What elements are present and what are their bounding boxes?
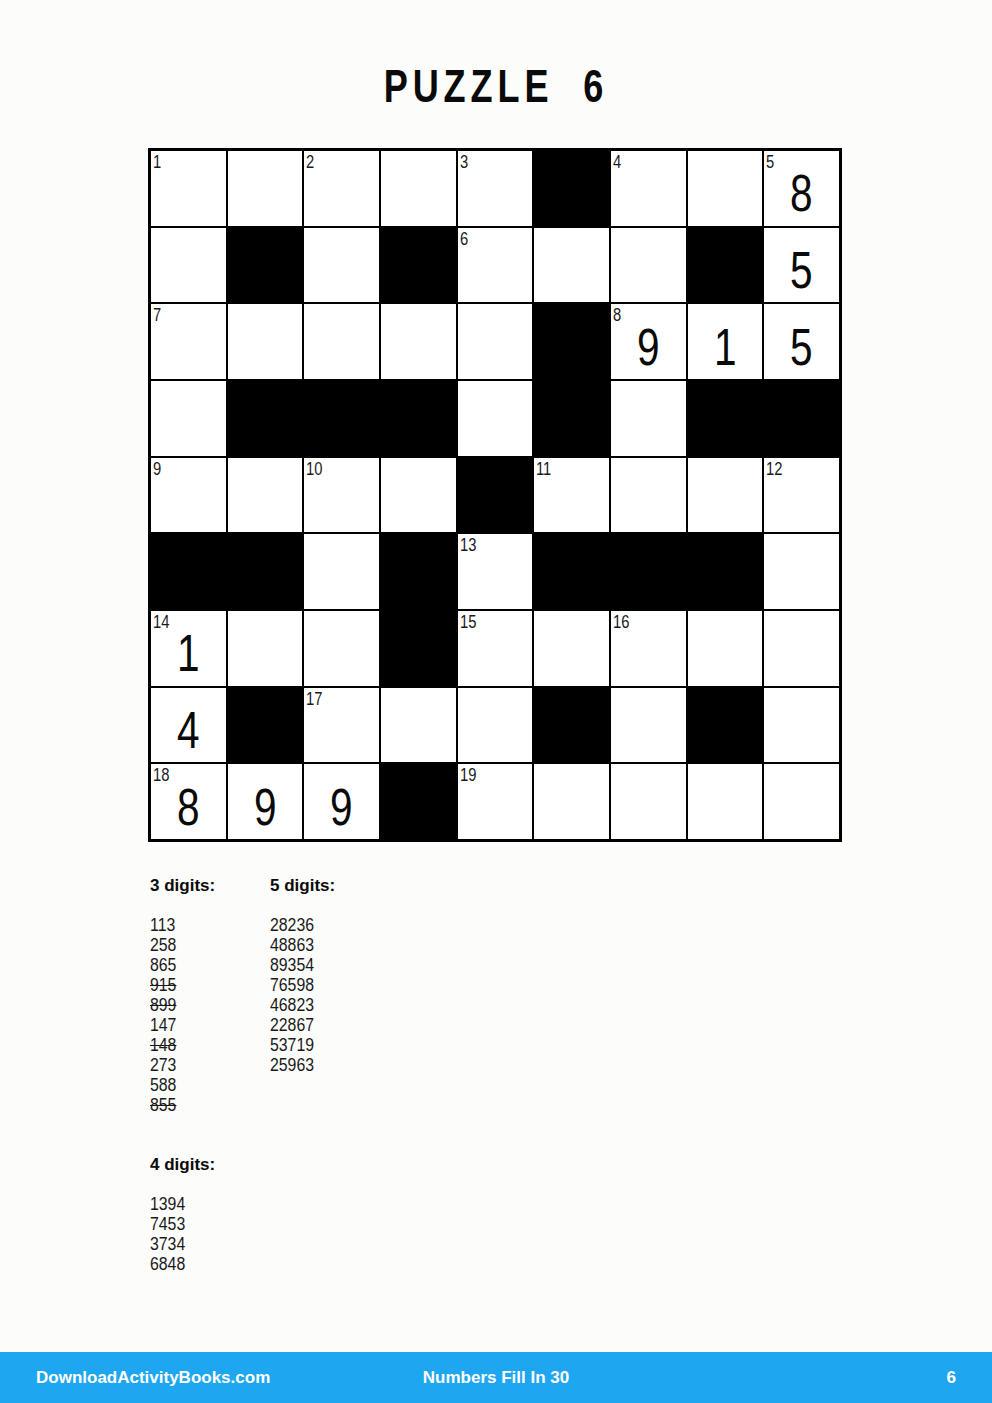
cell-r4-c6	[533, 380, 610, 457]
clue-number: 15	[460, 612, 476, 632]
puzzle-title-text: PUZZLE 6	[384, 60, 609, 113]
cell-r5-c6[interactable]: 11	[533, 457, 610, 534]
cell-r3-c6	[533, 303, 610, 380]
cell-digit: 9	[619, 304, 677, 379]
cell-r6-c3[interactable]	[303, 533, 380, 610]
cell-r3-c4[interactable]	[380, 303, 457, 380]
clue-entry[interactable]: 7453	[150, 1214, 247, 1234]
cell-digit: 5	[773, 228, 831, 303]
cell-r7-c4	[380, 610, 457, 687]
clue-column-right: 5 digits: 282364886389354765984682322867…	[270, 876, 410, 1075]
page-title: PUZZLE 6	[0, 60, 992, 110]
clue-number: 4	[613, 152, 621, 172]
clue-column-left: 3 digits: 113258865915899147148273588855…	[150, 876, 260, 1274]
cell-r3-c9[interactable]: 5	[763, 303, 840, 380]
cell-r3-c5[interactable]	[457, 303, 534, 380]
cell-r9-c7[interactable]	[610, 763, 687, 840]
cell-r7-c9[interactable]	[763, 610, 840, 687]
cell-r6-c7	[610, 533, 687, 610]
clue-number: 6	[460, 229, 468, 249]
cell-r4-c7[interactable]	[610, 380, 687, 457]
cell-digit: 8	[159, 764, 217, 839]
cell-r1-c6	[533, 150, 610, 227]
four-digits-header: 4 digits:	[150, 1155, 260, 1175]
cell-r5-c4[interactable]	[380, 457, 457, 534]
cell-r3-c8[interactable]: 1	[687, 303, 764, 380]
clue-entry[interactable]: 899	[150, 995, 247, 1015]
cell-r2-c5[interactable]: 6	[457, 227, 534, 304]
cell-r4-c3	[303, 380, 380, 457]
four-digits-list: 1394745337346848	[150, 1194, 260, 1274]
cell-digit: 9	[313, 764, 371, 839]
clue-number: 2	[306, 152, 314, 172]
cell-r1-c9[interactable]: 58	[763, 150, 840, 227]
clue-entry[interactable]: 89354	[270, 955, 393, 975]
clue-number: 11	[536, 459, 551, 479]
clue-number: 10	[306, 459, 322, 479]
clue-entry[interactable]: 148	[150, 1035, 247, 1055]
cell-r5-c7[interactable]	[610, 457, 687, 534]
cell-r9-c9[interactable]	[763, 763, 840, 840]
cell-r5-c9[interactable]: 12	[763, 457, 840, 534]
cell-r6-c5[interactable]: 13	[457, 533, 534, 610]
cell-r2-c3[interactable]	[303, 227, 380, 304]
cell-r6-c1	[150, 533, 227, 610]
cell-r7-c5[interactable]: 15	[457, 610, 534, 687]
clue-number: 13	[460, 535, 476, 555]
cell-r8-c1[interactable]: 4	[150, 687, 227, 764]
cell-digit: 1	[159, 611, 217, 686]
cell-r1-c5[interactable]: 3	[457, 150, 534, 227]
cell-r4-c4	[380, 380, 457, 457]
cell-r5-c8[interactable]	[687, 457, 764, 534]
cell-r2-c4	[380, 227, 457, 304]
clue-entry[interactable]: 915	[150, 975, 247, 995]
cell-r5-c3[interactable]: 10	[303, 457, 380, 534]
cell-r1-c3[interactable]: 2	[303, 150, 380, 227]
three-digits-list: 113258865915899147148273588855	[150, 915, 260, 1115]
clue-number: 1	[153, 152, 161, 172]
clue-entry[interactable]: 113	[150, 915, 247, 935]
cell-r9-c2[interactable]: 9	[227, 763, 304, 840]
clue-entry[interactable]: 1394	[150, 1194, 247, 1214]
clue-entry[interactable]: 28236	[270, 915, 393, 935]
cell-digit: 5	[773, 304, 831, 379]
cell-r8-c7[interactable]	[610, 687, 687, 764]
cell-r4-c9	[763, 380, 840, 457]
cell-r1-c2[interactable]	[227, 150, 304, 227]
clue-entry[interactable]: 48863	[270, 935, 393, 955]
cell-r6-c8	[687, 533, 764, 610]
clue-number: 7	[153, 305, 161, 325]
footer-site-link[interactable]: DownloadActivityBooks.com	[36, 1368, 270, 1388]
cell-r8-c4[interactable]	[380, 687, 457, 764]
clue-number: 16	[613, 612, 629, 632]
clue-entry[interactable]: 53719	[270, 1035, 393, 1055]
cell-r7-c1[interactable]: 141	[150, 610, 227, 687]
clue-entry[interactable]: 258	[150, 935, 247, 955]
cell-r3-c1[interactable]: 7	[150, 303, 227, 380]
cell-r9-c1[interactable]: 188	[150, 763, 227, 840]
cell-r8-c2	[227, 687, 304, 764]
clue-entry[interactable]: 22867	[270, 1015, 393, 1035]
clue-entry[interactable]: 865	[150, 955, 247, 975]
cell-r8-c5[interactable]	[457, 687, 534, 764]
clue-number: 17	[306, 689, 322, 709]
cell-r2-c6[interactable]	[533, 227, 610, 304]
cell-r7-c3[interactable]	[303, 610, 380, 687]
cell-r9-c8[interactable]	[687, 763, 764, 840]
footer-bar: Numbers Fill In 30 DownloadActivityBooks…	[0, 1352, 992, 1403]
cell-r5-c5	[457, 457, 534, 534]
cell-r8-c6	[533, 687, 610, 764]
cell-r2-c1[interactable]	[150, 227, 227, 304]
cell-r6-c4	[380, 533, 457, 610]
cell-r7-c2[interactable]	[227, 610, 304, 687]
footer-page-number: 6	[947, 1368, 956, 1388]
cell-r1-c4[interactable]	[380, 150, 457, 227]
cell-r5-c1[interactable]: 9	[150, 457, 227, 534]
cell-r1-c1[interactable]: 1	[150, 150, 227, 227]
cell-r2-c2	[227, 227, 304, 304]
cell-r1-c7[interactable]: 4	[610, 150, 687, 227]
five-digits-list: 2823648863893547659846823228675371925963	[270, 915, 410, 1075]
cell-r5-c2[interactable]	[227, 457, 304, 534]
clue-entry[interactable]: 855	[150, 1095, 247, 1115]
cell-r7-c8[interactable]	[687, 610, 764, 687]
cell-r9-c5[interactable]: 19	[457, 763, 534, 840]
cell-r7-c6[interactable]	[533, 610, 610, 687]
clue-entry[interactable]: 147	[150, 1015, 247, 1035]
cell-digit: 4	[159, 688, 217, 763]
cell-r4-c2	[227, 380, 304, 457]
cell-r2-c9[interactable]: 5	[763, 227, 840, 304]
clue-entry[interactable]: 3734	[150, 1234, 247, 1254]
cell-r9-c3[interactable]: 9	[303, 763, 380, 840]
cell-digit: 8	[773, 151, 831, 226]
cell-r4-c8	[687, 380, 764, 457]
cell-r3-c2[interactable]	[227, 303, 304, 380]
puzzle-grid: 123458657891591011121314115164171889919	[148, 148, 842, 842]
clue-entry[interactable]: 273	[150, 1055, 247, 1075]
cell-r9-c6[interactable]	[533, 763, 610, 840]
cell-r1-c8[interactable]	[687, 150, 764, 227]
cell-r6-c9[interactable]	[763, 533, 840, 610]
clue-number: 19	[460, 765, 476, 785]
cell-r6-c2	[227, 533, 304, 610]
cell-r3-c7[interactable]: 89	[610, 303, 687, 380]
clue-entry[interactable]: 588	[150, 1075, 247, 1095]
cell-r2-c7[interactable]	[610, 227, 687, 304]
clue-number: 3	[460, 152, 468, 172]
cell-r2-c8	[687, 227, 764, 304]
clue-entry[interactable]: 76598	[270, 975, 393, 995]
five-digits-header: 5 digits:	[270, 876, 410, 896]
cell-r4-c1[interactable]	[150, 380, 227, 457]
three-digits-header: 3 digits:	[150, 876, 260, 896]
cell-r6-c6	[533, 533, 610, 610]
clue-entry[interactable]: 25963	[270, 1055, 393, 1075]
cell-r8-c3[interactable]: 17	[303, 687, 380, 764]
cell-r3-c3[interactable]	[303, 303, 380, 380]
cell-r8-c8	[687, 687, 764, 764]
clue-entry[interactable]: 6848	[150, 1254, 247, 1274]
cell-r4-c5[interactable]	[457, 380, 534, 457]
cell-r7-c7[interactable]: 16	[610, 610, 687, 687]
cell-r8-c9[interactable]	[763, 687, 840, 764]
cell-digit: 1	[696, 304, 754, 379]
clue-number: 12	[766, 459, 782, 479]
cell-digit: 9	[236, 764, 294, 839]
cell-r9-c4	[380, 763, 457, 840]
clue-number: 9	[153, 459, 161, 479]
clue-entry[interactable]: 46823	[270, 995, 393, 1015]
